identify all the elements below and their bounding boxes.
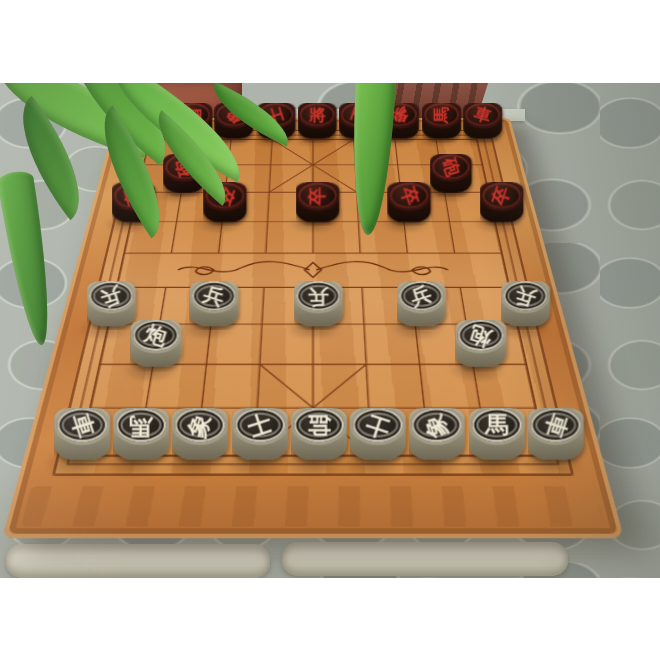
piece-red-cannon[interactable]: 砲: [430, 154, 472, 193]
piece-white-soldier[interactable]: 兵: [190, 281, 239, 326]
board-intersection: 兵: [394, 307, 450, 346]
piece-top-face: 炮: [455, 317, 506, 353]
piece-white-soldier[interactable]: 兵: [294, 281, 343, 326]
piece-top-face: 馬: [422, 101, 461, 129]
board-intersection: 砲: [159, 178, 208, 207]
piece-white-chariot[interactable]: 車: [54, 409, 110, 460]
piece-white-soldier[interactable]: 兵: [501, 281, 550, 326]
board-intersection: 卒: [476, 207, 529, 238]
board-intersection: [338, 152, 382, 179]
piece-top-face: 兵: [190, 279, 239, 314]
piece-top-face: 兵: [86, 279, 135, 314]
piece-top-face: 士: [232, 406, 288, 446]
board-intersection: [339, 178, 385, 207]
piece-red-elephant[interactable]: 象: [380, 103, 419, 139]
piece-character: 砲: [439, 155, 461, 177]
board-intersection: [245, 238, 294, 271]
piece-white-advisor[interactable]: 士: [350, 409, 406, 460]
piece-character: 帥: [307, 414, 331, 438]
piece-character: 士: [348, 104, 369, 125]
piece-character: 馬: [185, 107, 201, 123]
board-intersection: [180, 346, 239, 389]
piece-top-face: 卒: [388, 180, 431, 211]
piece-top-face: 炮: [131, 317, 182, 353]
piece-top-face: 車: [132, 101, 171, 129]
board-intersection: [293, 238, 342, 271]
board-intersection: [342, 271, 394, 307]
piece-character: 兵: [512, 283, 538, 309]
board-intersection: [465, 152, 514, 179]
board-intersection: 砲: [426, 178, 475, 207]
board-intersection: [140, 271, 196, 307]
board-intersection: 兵: [292, 307, 345, 346]
piece-character: 炮: [143, 322, 170, 349]
board-intersection: 卒: [294, 207, 341, 238]
piece-white-soldier[interactable]: 兵: [397, 281, 446, 326]
piece-character: 士: [265, 104, 286, 125]
piece-character: 卒: [308, 186, 326, 204]
board-intersection: [295, 152, 339, 179]
piece-character: 兵: [308, 286, 329, 307]
board-intersection: [341, 238, 391, 271]
piece-white-advisor[interactable]: 士: [232, 409, 288, 460]
board-intersection: [482, 238, 537, 271]
piece-red-soldier[interactable]: 卒: [112, 182, 155, 222]
piece-red-soldier[interactable]: 卒: [204, 182, 247, 222]
piece-character: 炮: [467, 322, 494, 349]
piece-red-horse[interactable]: 馬: [422, 103, 461, 139]
piece-white-horse[interactable]: 馬: [468, 409, 524, 460]
piece-character: 卒: [214, 184, 237, 207]
board-intersection: [380, 152, 426, 179]
piece-top-face: 將: [298, 101, 337, 129]
piece-top-face: 象: [380, 101, 419, 129]
piece-top-face: 馬: [468, 406, 524, 446]
piece-character: 卒: [122, 184, 145, 207]
piece-top-face: 卒: [112, 180, 155, 211]
piece-red-soldier[interactable]: 卒: [296, 182, 339, 222]
board-intersection: [147, 238, 200, 271]
board-intersection: 兵: [186, 307, 242, 346]
board-intersection: [196, 238, 247, 271]
piece-white-general[interactable]: 帥: [291, 409, 347, 460]
piece-character: 兵: [202, 283, 228, 309]
piece-red-chariot[interactable]: 車: [463, 103, 502, 139]
piece-white-elephant[interactable]: 象: [172, 409, 228, 460]
plant-leaf: [0, 96, 107, 220]
piece-top-face: 帥: [291, 406, 347, 446]
pieces-layer: 車馬象士將士象馬車砲砲卒卒卒卒卒兵兵兵兵兵炮炮車馬象士帥士象馬車: [46, 127, 592, 487]
piece-top-face: 兵: [294, 279, 343, 314]
piece-character: 馬: [129, 414, 153, 438]
piece-character: 馬: [433, 107, 449, 123]
board-intersection: [503, 346, 567, 389]
piece-top-face: 卒: [296, 180, 339, 211]
piece-character: 兵: [98, 283, 124, 309]
piece-red-soldier[interactable]: 卒: [480, 182, 523, 222]
board-intersection: [435, 238, 489, 271]
board-intersection: [388, 238, 440, 271]
piece-white-elephant[interactable]: 象: [409, 409, 465, 460]
board-playing-surface: 車馬象士將士象馬車砲砲卒卒卒卒卒兵兵兵兵兵炮炮車馬象士帥士象馬車: [52, 130, 575, 476]
plant-leaf: [0, 169, 59, 347]
piece-character: 士: [363, 411, 393, 441]
piece-top-face: 士: [256, 101, 295, 129]
piece-top-face: 象: [409, 406, 465, 446]
piece-character: 砲: [173, 155, 195, 177]
piece-character: 士: [245, 411, 275, 441]
piece-top-face: 車: [528, 406, 584, 446]
board-intersection: 卒: [385, 207, 435, 238]
board-intersection: [98, 238, 153, 271]
piece-red-horse[interactable]: 馬: [173, 103, 212, 139]
board-intersection: [291, 346, 346, 389]
piece-red-general[interactable]: 將: [298, 103, 337, 139]
piece-character: 車: [472, 104, 493, 125]
piece-red-soldier[interactable]: 卒: [388, 182, 431, 222]
piece-character: 車: [67, 411, 97, 441]
board-intersection: [236, 346, 292, 389]
piece-top-face: 兵: [397, 279, 446, 314]
piece-white-horse[interactable]: 馬: [113, 409, 169, 460]
piece-white-cannon[interactable]: 炮: [131, 320, 182, 367]
piece-character: 馬: [485, 414, 509, 438]
piece-top-face: 兵: [501, 279, 550, 314]
piece-red-advisor[interactable]: 士: [339, 103, 378, 139]
piece-character: 卒: [398, 184, 421, 207]
board-intersection: [345, 346, 402, 389]
patio-photo-background: 車馬象士將士象馬車砲砲卒卒卒卒卒兵兵兵兵兵炮炮車馬象士帥士象馬車: [0, 83, 660, 578]
piece-white-soldier[interactable]: 兵: [86, 281, 135, 326]
piece-top-face: 馬: [113, 406, 169, 446]
piece-top-face: 卒: [480, 180, 523, 211]
piece-top-face: 象: [172, 406, 228, 446]
board-intersection: 炮: [125, 346, 186, 389]
piece-red-cannon[interactable]: 砲: [163, 154, 205, 193]
piece-top-face: 士: [339, 101, 378, 129]
board-intersection: [252, 152, 296, 179]
piece-top-face: 砲: [163, 152, 205, 182]
xiangqi-board: 車馬象士將士象馬車砲砲卒卒卒卒卒兵兵兵兵兵炮炮車馬象士帥士象馬車: [2, 118, 624, 538]
board-intersection: 卒: [107, 207, 160, 238]
piece-top-face: 車: [54, 406, 110, 446]
piece-top-face: 象: [215, 101, 254, 129]
piece-character: 象: [224, 104, 245, 125]
board-intersection: [242, 271, 294, 307]
piece-red-elephant[interactable]: 象: [215, 103, 254, 139]
piece-top-face: 車: [463, 101, 502, 129]
board-intersection: [440, 271, 496, 307]
piece-character: 象: [389, 104, 410, 125]
piece-character: 車: [141, 104, 162, 125]
piece-character: 兵: [409, 283, 435, 309]
piece-top-face: 卒: [204, 180, 247, 211]
piece-red-chariot[interactable]: 車: [132, 103, 171, 139]
board-intersection: 炮: [450, 346, 511, 389]
xiangqi-board-scene: 車馬象士將士象馬車砲砲卒卒卒卒卒兵兵兵兵兵炮炮車馬象士帥士象馬車: [116, 118, 510, 578]
piece-character: 車: [541, 411, 571, 441]
piece-character: 象: [186, 411, 216, 441]
board-intersection: [250, 178, 296, 207]
piece-top-face: 馬: [173, 101, 212, 129]
piece-white-chariot[interactable]: 車: [528, 409, 584, 460]
piece-top-face: 砲: [430, 152, 472, 182]
piece-character: 象: [422, 411, 452, 441]
piece-white-cannon[interactable]: 炮: [455, 320, 506, 367]
piece-top-face: 士: [350, 406, 406, 446]
board-intersection: 卒: [200, 207, 249, 238]
piece-red-advisor[interactable]: 士: [256, 103, 295, 139]
piece-character: 卒: [490, 184, 513, 207]
board-intersection: 車: [521, 435, 592, 486]
piece-character: 將: [309, 107, 325, 123]
board-intersection: [208, 152, 254, 179]
